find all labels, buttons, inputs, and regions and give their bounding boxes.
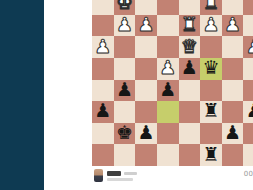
player-name[interactable]: [107, 171, 121, 176]
white-pawn-piece[interactable]: ♟: [246, 37, 253, 56]
board-square[interactable]: [157, 15, 179, 37]
black-pawn-piece[interactable]: ♟: [94, 101, 111, 120]
player-clock: 00:52: [244, 170, 253, 179]
board-square[interactable]: [200, 123, 222, 145]
board-square[interactable]: ♟: [243, 36, 253, 58]
board-square[interactable]: ♟: [114, 15, 136, 37]
board-square[interactable]: [135, 80, 157, 102]
black-rook-piece[interactable]: ♜: [202, 145, 219, 164]
board-square[interactable]: [243, 58, 253, 80]
black-king-piece[interactable]: ♚: [116, 123, 133, 142]
board-square[interactable]: [135, 36, 157, 58]
game-card: ♚♜♟♟♜♟♟♟♛♟♟♟♛♟♟♟♜♟♚♟♟♜ 00:52: [44, 0, 226, 190]
board-square[interactable]: ♚: [114, 0, 136, 15]
board-square[interactable]: [157, 144, 179, 166]
app-frame: ♚♜♟♟♜♟♟♟♛♟♟♟♛♟♟♟♜♟♚♟♟♜ 00:52: [0, 0, 253, 190]
board-square[interactable]: ♜: [200, 0, 222, 15]
board-square[interactable]: [222, 101, 244, 123]
board-square[interactable]: [200, 80, 222, 102]
board-square[interactable]: [114, 36, 136, 58]
board-square[interactable]: ♛: [179, 36, 201, 58]
board-square[interactable]: [92, 15, 114, 37]
white-pawn-piece[interactable]: ♟: [202, 15, 219, 34]
board-square[interactable]: [135, 0, 157, 15]
board-square[interactable]: ♟: [114, 80, 136, 102]
board-square[interactable]: ♛: [200, 58, 222, 80]
board-square[interactable]: ♜: [200, 144, 222, 166]
board-square[interactable]: [179, 101, 201, 123]
board-square[interactable]: [92, 123, 114, 145]
board-square[interactable]: [92, 144, 114, 166]
black-pawn-piece[interactable]: ♟: [138, 123, 155, 142]
white-queen-piece[interactable]: ♛: [181, 37, 198, 56]
board-square[interactable]: [92, 58, 114, 80]
board-square[interactable]: [243, 123, 253, 145]
player-bar: 00:52: [88, 166, 253, 190]
board-square[interactable]: [114, 101, 136, 123]
board-square[interactable]: [135, 58, 157, 80]
board-square[interactable]: [157, 36, 179, 58]
black-pawn-piece[interactable]: ♟: [116, 80, 133, 99]
board-square[interactable]: [114, 144, 136, 166]
board-square[interactable]: [135, 101, 157, 123]
board-square[interactable]: [135, 144, 157, 166]
board-square[interactable]: ♟: [222, 15, 244, 37]
black-pawn-piece[interactable]: ♟: [246, 101, 253, 120]
board-square[interactable]: [222, 144, 244, 166]
board-square[interactable]: [157, 101, 179, 123]
board-square[interactable]: ♜: [179, 15, 201, 37]
white-pawn-piece[interactable]: ♟: [138, 15, 155, 34]
player-rating: [124, 172, 137, 175]
board-square[interactable]: ♚: [114, 123, 136, 145]
board-square[interactable]: ♟: [200, 15, 222, 37]
board-square[interactable]: [222, 58, 244, 80]
board-square[interactable]: ♟: [92, 36, 114, 58]
board-square[interactable]: ♟: [243, 101, 253, 123]
board-square[interactable]: [243, 0, 253, 15]
board-square[interactable]: [92, 80, 114, 102]
board-square[interactable]: ♟: [92, 101, 114, 123]
board-square[interactable]: ♟: [135, 123, 157, 145]
board-square[interactable]: ♟: [157, 58, 179, 80]
board-square[interactable]: [200, 36, 222, 58]
board-square[interactable]: ♟: [157, 80, 179, 102]
white-pawn-piece[interactable]: ♟: [116, 15, 133, 34]
white-pawn-piece[interactable]: ♟: [159, 58, 176, 77]
black-pawn-piece[interactable]: ♟: [224, 123, 241, 142]
white-rook-piece[interactable]: ♜: [181, 15, 198, 34]
board-square[interactable]: [222, 0, 244, 15]
board-square[interactable]: [179, 123, 201, 145]
black-pawn-piece[interactable]: ♟: [181, 58, 198, 77]
white-king-piece[interactable]: ♚: [116, 0, 133, 12]
board-square[interactable]: [157, 0, 179, 15]
white-rook-piece[interactable]: ♜: [202, 0, 219, 12]
board-square[interactable]: [179, 0, 201, 15]
board-square[interactable]: [179, 80, 201, 102]
board-square[interactable]: [157, 123, 179, 145]
board-square[interactable]: [222, 36, 244, 58]
black-pawn-piece[interactable]: ♟: [159, 80, 176, 99]
board-square[interactable]: [222, 80, 244, 102]
chess-board[interactable]: ♚♜♟♟♜♟♟♟♛♟♟♟♛♟♟♟♜♟♚♟♟♜: [92, 0, 253, 166]
board-square[interactable]: [114, 58, 136, 80]
white-pawn-piece[interactable]: ♟: [224, 15, 241, 34]
board-square[interactable]: ♟: [179, 58, 201, 80]
board-square[interactable]: ♜: [200, 101, 222, 123]
board-square[interactable]: ♟: [135, 15, 157, 37]
board-square[interactable]: [243, 80, 253, 102]
white-pawn-piece[interactable]: ♟: [94, 37, 111, 56]
board-square[interactable]: [92, 0, 114, 15]
player-avatar[interactable]: [94, 169, 103, 182]
board-square[interactable]: [179, 144, 201, 166]
player-subtitle: [107, 178, 133, 181]
black-rook-piece[interactable]: ♜: [202, 101, 219, 120]
board-square[interactable]: [243, 15, 253, 37]
board-square[interactable]: [243, 144, 253, 166]
board-square[interactable]: ♟: [222, 123, 244, 145]
black-queen-piece[interactable]: ♛: [202, 58, 219, 77]
